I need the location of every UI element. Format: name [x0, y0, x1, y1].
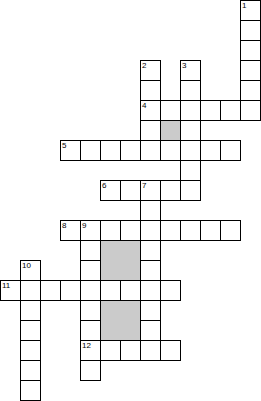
cell-r17c8[interactable]	[160, 340, 181, 361]
cell-r7c8[interactable]	[160, 140, 181, 161]
cell-r17c1[interactable]	[20, 340, 41, 361]
cell-r4c9[interactable]	[180, 80, 201, 101]
cell-r3c12[interactable]	[240, 60, 261, 81]
clue-number-8: 8	[62, 222, 66, 230]
cell-r11c6[interactable]	[120, 220, 141, 241]
cell-r14c4[interactable]	[80, 280, 101, 301]
shaded-block	[100, 300, 141, 341]
cell-r4c7[interactable]	[140, 80, 161, 101]
clue-number-4: 4	[142, 102, 146, 110]
cell-r16c4[interactable]	[80, 320, 101, 341]
cell-r14c3[interactable]	[60, 280, 81, 301]
cell-r6c7[interactable]	[140, 120, 161, 141]
cell-r15c1[interactable]	[20, 300, 41, 321]
cell-r8c9[interactable]	[180, 160, 201, 181]
cell-r14c2[interactable]	[40, 280, 61, 301]
cell-r5c9[interactable]	[180, 100, 201, 121]
cell-r11c5[interactable]	[100, 220, 121, 241]
cell-r18c4[interactable]	[80, 360, 101, 381]
cell-r7c11[interactable]	[220, 140, 241, 161]
cell-r4c12[interactable]	[240, 80, 261, 101]
cell-r13c4[interactable]	[80, 260, 101, 281]
cell-r15c4[interactable]	[80, 300, 101, 321]
cell-r11c10[interactable]	[200, 220, 221, 241]
cell-r1c12[interactable]	[240, 20, 261, 41]
cell-r7c4[interactable]	[80, 140, 101, 161]
crossword-board: 123456789101112	[0, 0, 261, 401]
cell-r7c5[interactable]	[100, 140, 121, 161]
cell-r11c11[interactable]	[220, 220, 241, 241]
clue-number-10: 10	[22, 262, 31, 270]
cell-r9c8[interactable]	[160, 180, 181, 201]
clue-number-3: 3	[182, 62, 186, 70]
cell-r14c5[interactable]	[100, 280, 121, 301]
cell-r15c7[interactable]	[140, 300, 161, 321]
cell-r16c1[interactable]	[20, 320, 41, 341]
clue-number-5: 5	[62, 142, 66, 150]
cell-r14c7[interactable]	[140, 280, 161, 301]
cell-r2c12[interactable]	[240, 40, 261, 61]
clue-number-2: 2	[142, 62, 146, 70]
cell-r9c9[interactable]	[180, 180, 201, 201]
cell-r11c9[interactable]	[180, 220, 201, 241]
cell-r13c7[interactable]	[140, 260, 161, 281]
cell-r16c7[interactable]	[140, 320, 161, 341]
cell-r18c1[interactable]	[20, 360, 41, 381]
clue-number-1: 1	[242, 2, 246, 10]
cell-r9c6[interactable]	[120, 180, 141, 201]
cell-r7c7[interactable]	[140, 140, 161, 161]
cell-r19c1[interactable]	[20, 380, 41, 401]
shaded-block	[100, 240, 141, 281]
cell-r7c6[interactable]	[120, 140, 141, 161]
cell-r14c8[interactable]	[160, 280, 181, 301]
cell-r6c9[interactable]	[180, 120, 201, 141]
clue-number-9: 9	[82, 222, 86, 230]
cell-r7c9[interactable]	[180, 140, 201, 161]
cell-r5c11[interactable]	[220, 100, 241, 121]
cell-r12c7[interactable]	[140, 240, 161, 261]
clue-number-7: 7	[142, 182, 146, 190]
clue-number-12: 12	[82, 342, 91, 350]
cell-r17c7[interactable]	[140, 340, 161, 361]
cell-r5c8[interactable]	[160, 100, 181, 121]
cell-r7c10[interactable]	[200, 140, 221, 161]
clue-number-6: 6	[102, 182, 106, 190]
cell-r11c8[interactable]	[160, 220, 181, 241]
cell-r5c12[interactable]	[240, 100, 261, 121]
cell-r17c5[interactable]	[100, 340, 121, 361]
cell-r14c1[interactable]	[20, 280, 41, 301]
cell-r10c7[interactable]	[140, 200, 161, 221]
cell-r5c10[interactable]	[200, 100, 221, 121]
cell-r12c4[interactable]	[80, 240, 101, 261]
cell-r17c6[interactable]	[120, 340, 141, 361]
cell-r14c6[interactable]	[120, 280, 141, 301]
clue-number-11: 11	[2, 282, 10, 290]
shaded-block	[160, 120, 181, 141]
cell-r11c7[interactable]	[140, 220, 161, 241]
